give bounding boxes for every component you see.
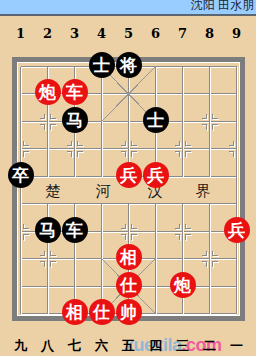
piece-black-horse: 马 xyxy=(62,107,88,133)
file-label-bottom-4: 六 xyxy=(88,337,116,355)
piece-red-soldier: 兵 xyxy=(116,162,142,188)
file-label-top-1: 1 xyxy=(7,26,35,41)
xiangqi-diagram: 沈阳 田水朋 123456789 楚河汉界 士将马士卒马车炮车兵兵兵相仕炮相仕帅… xyxy=(0,0,256,356)
piece-red-chariot: 车 xyxy=(62,79,88,105)
file-label-top-5: 5 xyxy=(115,26,143,41)
piece-red-cannon: 炮 xyxy=(170,272,196,298)
piece-black-advisor: 士 xyxy=(89,52,115,78)
file-label-bottom-3: 七 xyxy=(61,337,89,355)
title-bar: 沈阳 田水朋 xyxy=(0,0,256,16)
file-label-bottom-5: 五 xyxy=(115,337,143,355)
file-label-bottom-9: 一 xyxy=(223,337,251,355)
file-label-bottom-1: 九 xyxy=(7,337,35,355)
piece-red-soldier: 兵 xyxy=(143,162,169,188)
piece-red-elephant: 相 xyxy=(62,299,88,325)
file-label-top-9: 9 xyxy=(223,26,251,41)
file-label-top-8: 8 xyxy=(196,26,224,41)
page-title: 沈阳 田水朋 xyxy=(191,0,254,14)
piece-red-cannon: 炮 xyxy=(35,79,61,105)
file-label-bottom-2: 八 xyxy=(34,337,62,355)
piece-black-general: 将 xyxy=(116,52,142,78)
piece-black-soldier: 卒 xyxy=(8,162,34,188)
file-label-bottom-7: 三 xyxy=(169,337,197,355)
file-label-top-4: 4 xyxy=(88,26,116,41)
piece-black-horse: 马 xyxy=(35,217,61,243)
piece-red-elephant: 相 xyxy=(116,244,142,270)
file-label-top-2: 2 xyxy=(34,26,62,41)
piece-red-advisor: 仕 xyxy=(89,299,115,325)
file-label-top-7: 7 xyxy=(169,26,197,41)
file-label-top-3: 3 xyxy=(61,26,89,41)
file-label-top-6: 6 xyxy=(142,26,170,41)
piece-black-advisor: 士 xyxy=(143,107,169,133)
piece-red-soldier: 兵 xyxy=(224,217,250,243)
piece-red-king: 帅 xyxy=(116,299,142,325)
file-label-bottom-6: 四 xyxy=(142,337,170,355)
file-label-bottom-8: 二 xyxy=(196,337,224,355)
piece-black-chariot: 车 xyxy=(62,217,88,243)
piece-red-advisor: 仕 xyxy=(116,272,142,298)
